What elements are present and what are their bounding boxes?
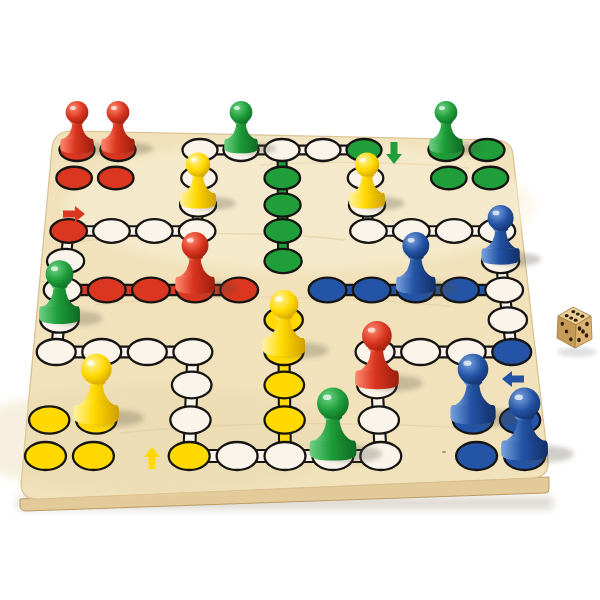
goal-field-green-1[interactable] bbox=[265, 167, 301, 190]
track-field-29[interactable] bbox=[265, 442, 306, 470]
home-field-green-4[interactable] bbox=[473, 167, 509, 190]
ludo-board: Ludo (Mensch aergere Dich nicht) - woode… bbox=[0, 0, 600, 600]
track-field-20[interactable] bbox=[489, 307, 527, 332]
track-field-2[interactable] bbox=[93, 219, 130, 243]
goal-field-red-1[interactable] bbox=[88, 278, 126, 303]
track-field-34[interactable] bbox=[173, 339, 212, 365]
wood-speck bbox=[442, 451, 446, 453]
ludo-photo-scene: Ludo (Mensch aergere Dich nicht) - woode… bbox=[0, 0, 600, 600]
start-field-red[interactable] bbox=[50, 219, 87, 243]
goal-field-yellow-1[interactable] bbox=[265, 406, 305, 433]
goal-field-green-4[interactable] bbox=[265, 249, 302, 273]
home-field-yellow-3[interactable] bbox=[25, 442, 66, 470]
goal-field-yellow-2[interactable] bbox=[265, 372, 305, 399]
pawn-green[interactable] bbox=[429, 101, 481, 155]
track-field-30[interactable] bbox=[217, 442, 258, 470]
goal-field-red-2[interactable] bbox=[132, 278, 170, 303]
goal-field-blue-4[interactable] bbox=[309, 278, 347, 303]
start-field-yellow[interactable] bbox=[169, 442, 210, 470]
track-field-14[interactable] bbox=[350, 219, 387, 243]
home-field-blue-3[interactable] bbox=[456, 442, 497, 470]
home-field-red-3[interactable] bbox=[56, 167, 92, 190]
track-field-37[interactable] bbox=[37, 339, 76, 365]
die[interactable] bbox=[557, 307, 597, 357]
track-field-33[interactable] bbox=[172, 372, 212, 399]
goal-field-blue-3[interactable] bbox=[353, 278, 391, 303]
track-field-23[interactable] bbox=[401, 339, 440, 365]
goal-field-green-3[interactable] bbox=[265, 219, 302, 243]
track-field-32[interactable] bbox=[170, 406, 210, 433]
home-field-red-4[interactable] bbox=[98, 167, 134, 190]
home-field-yellow-4[interactable] bbox=[73, 442, 114, 470]
home-field-yellow-1[interactable] bbox=[29, 406, 69, 433]
home-field-green-3[interactable] bbox=[431, 167, 467, 190]
pawn-green[interactable] bbox=[224, 101, 276, 155]
goal-field-green-2[interactable] bbox=[265, 193, 301, 216]
track-field-3[interactable] bbox=[136, 219, 173, 243]
track-field-35[interactable] bbox=[128, 339, 167, 365]
start-field-blue[interactable] bbox=[492, 339, 531, 365]
track-field-16[interactable] bbox=[436, 219, 473, 243]
track-field-10[interactable] bbox=[306, 139, 341, 161]
track-field-26[interactable] bbox=[359, 406, 399, 433]
track-field-19[interactable] bbox=[485, 278, 523, 303]
pawn-red[interactable] bbox=[101, 101, 153, 155]
